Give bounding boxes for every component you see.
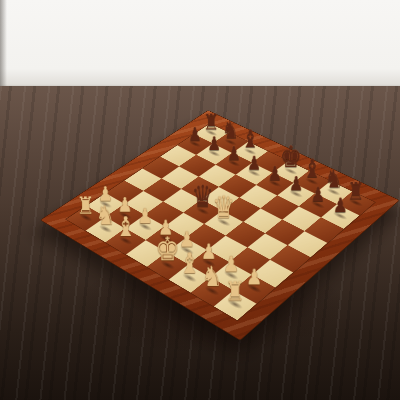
wall-corner-shadow: [0, 0, 7, 86]
photo-scene: ♜♞♝♚♝♞♜♟♟♟♟♟♟♟♟♛♛♟♟♟♟♟♟♟♟♜♞♝♚♝♞♜: [0, 0, 400, 400]
wall-background: [0, 0, 400, 86]
